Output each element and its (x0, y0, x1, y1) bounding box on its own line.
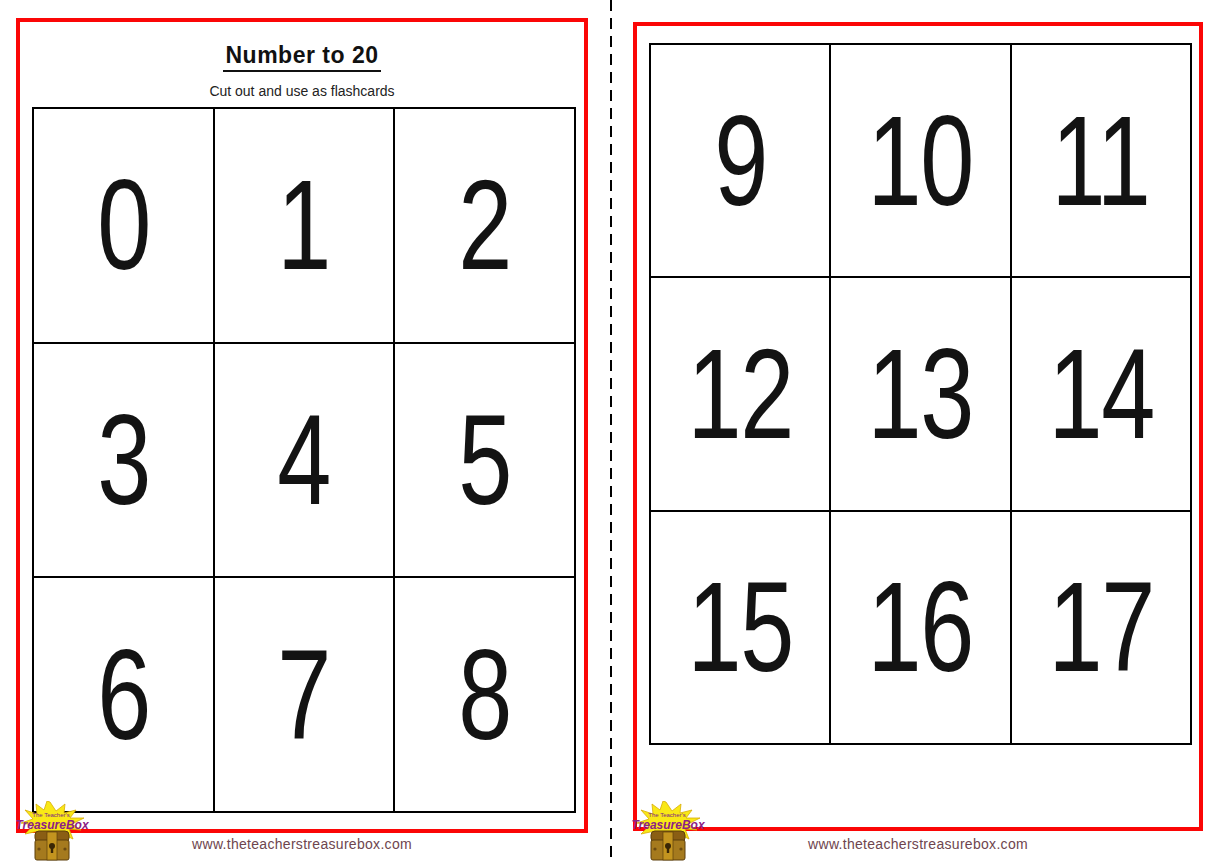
treasurebox-logo: The Teacher's TreasureBox (626, 801, 714, 862)
flashcard-number: 2 (458, 161, 511, 289)
logo-line2: TreasureBox (631, 818, 705, 832)
flashcard-number: 1 (278, 161, 331, 289)
flashcard-grid-left: 0 1 2 3 4 5 6 7 8 (32, 107, 576, 813)
flashcard-number: 10 (868, 97, 973, 225)
page-subtitle: Cut out and use as flashcards (20, 83, 584, 99)
flashcard-number: 8 (458, 631, 511, 759)
flashcard-cell: 11 (1011, 44, 1191, 277)
flashcard-number: 17 (1048, 563, 1153, 691)
logo-line2: TreasureBox (15, 818, 89, 832)
flashcard-number: 6 (97, 631, 150, 759)
flashcard-cell: 17 (1011, 511, 1191, 744)
flashcard-cell: 5 (394, 343, 575, 578)
flashcard-cell: 13 (830, 277, 1010, 510)
page-title: Number to 20 (223, 42, 382, 72)
flashcard-cell: 8 (394, 577, 575, 812)
flashcard-cell: 10 (830, 44, 1010, 277)
page-right: 9 10 11 12 13 14 15 16 17 (633, 22, 1203, 831)
flashcard-number: 12 (688, 330, 793, 458)
flashcard-number: 16 (868, 563, 973, 691)
cut-line-divider (610, 0, 612, 862)
flashcard-number: 7 (278, 631, 331, 759)
treasure-chest-icon (35, 831, 69, 860)
page-left: Number to 20 Cut out and use as flashcar… (16, 18, 588, 833)
treasurebox-logo: The Teacher's TreasureBox (10, 801, 98, 862)
flashcard-cell: 2 (394, 108, 575, 343)
flashcard-number: 5 (458, 396, 511, 524)
flashcard-cell: 3 (33, 343, 214, 578)
flashcard-cell: 1 (214, 108, 395, 343)
flashcard-number: 13 (868, 330, 973, 458)
flashcard-cell: 16 (830, 511, 1010, 744)
flashcard-number: 0 (97, 161, 150, 289)
flashcard-number: 4 (278, 396, 331, 524)
flashcard-grid-right: 9 10 11 12 13 14 15 16 17 (649, 43, 1192, 745)
website-url: www.theteacherstreasurebox.com (16, 836, 588, 854)
treasure-chest-icon (651, 831, 685, 860)
flashcard-cell: 0 (33, 108, 214, 343)
flashcard-cell: 15 (650, 511, 830, 744)
flashcard-cell: 14 (1011, 277, 1191, 510)
flashcard-number: 11 (1052, 97, 1150, 225)
flashcard-sheet: Number to 20 Cut out and use as flashcar… (0, 0, 1221, 862)
flashcard-number: 3 (97, 396, 150, 524)
flashcard-cell: 4 (214, 343, 395, 578)
flashcard-cell: 9 (650, 44, 830, 277)
flashcard-cell: 12 (650, 277, 830, 510)
flashcard-cell: 7 (214, 577, 395, 812)
flashcard-cell: 6 (33, 577, 214, 812)
flashcard-number: 9 (714, 97, 767, 225)
flashcard-number: 14 (1048, 330, 1153, 458)
flashcard-number: 15 (688, 563, 793, 691)
website-url: www.theteacherstreasurebox.com (633, 836, 1203, 854)
